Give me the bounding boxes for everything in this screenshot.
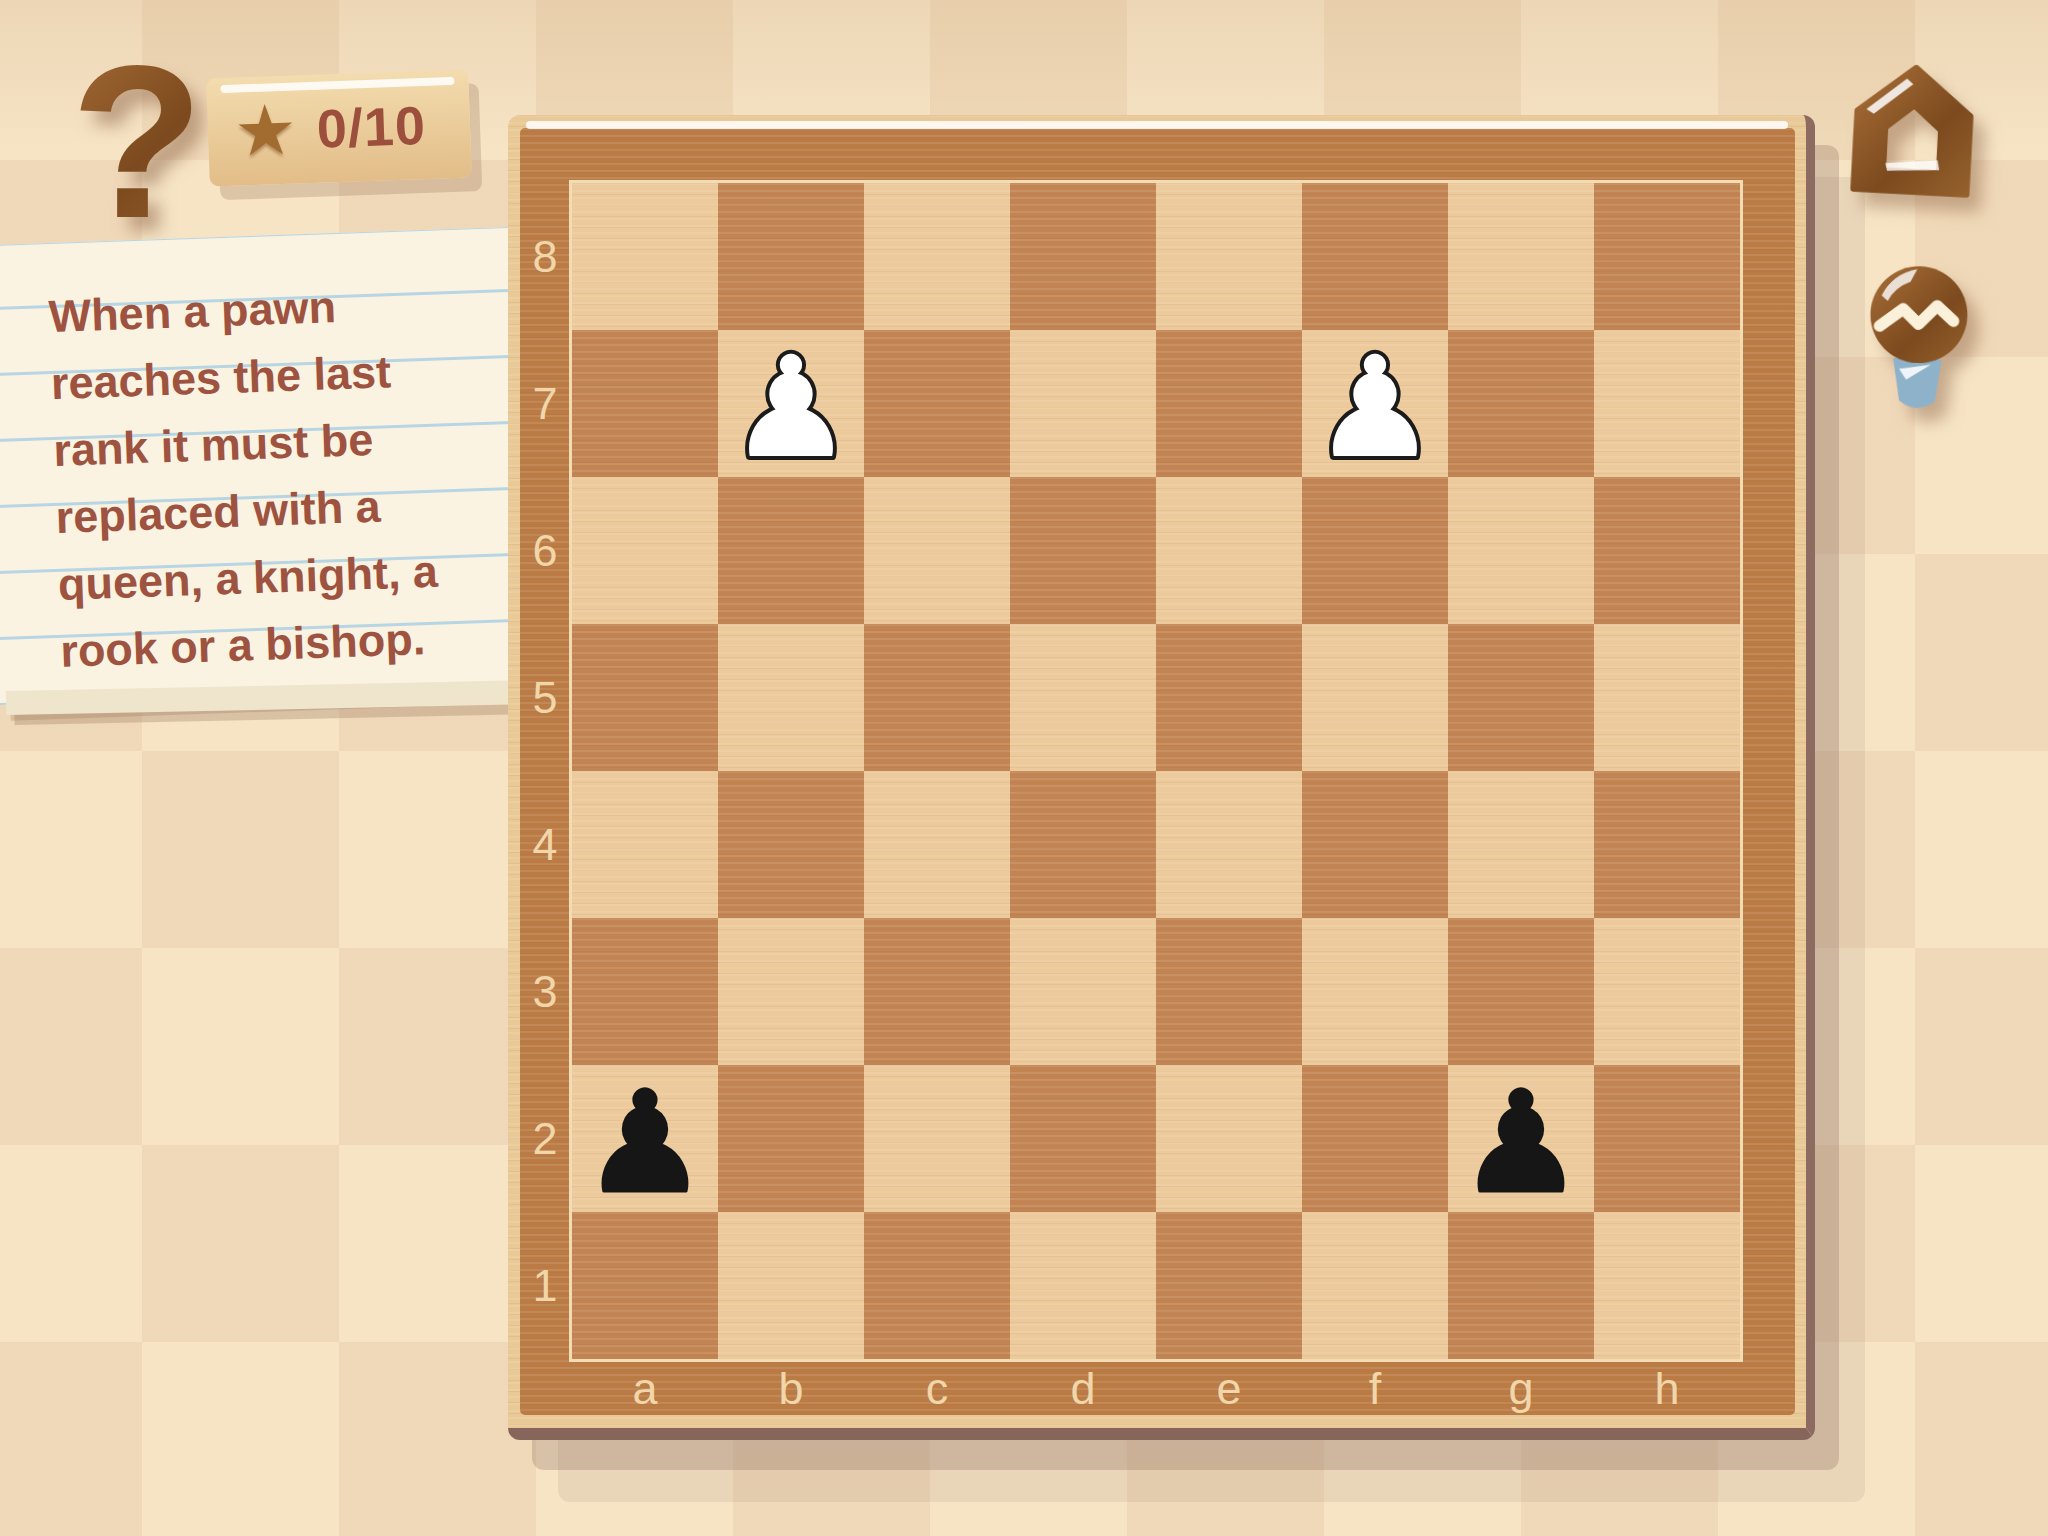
rank-label-6: 6 (520, 477, 570, 624)
square-h2[interactable] (1594, 1065, 1740, 1212)
square-b1[interactable] (718, 1212, 864, 1359)
square-a5[interactable] (572, 624, 718, 771)
svg-text:♟: ♟ (582, 1065, 708, 1212)
file-label-c: c (864, 1362, 1010, 1415)
square-a4[interactable] (572, 771, 718, 918)
piece-black-pawn[interactable]: ♟ (572, 1065, 718, 1212)
chess-board: ♟♟♟♟ 87654321 abcdefgh (508, 115, 1815, 1440)
piece-white-pawn[interactable]: ♟ (718, 330, 864, 477)
square-g6[interactable] (1448, 477, 1594, 624)
piece-white-pawn[interactable]: ♟ (1302, 330, 1448, 477)
square-g2[interactable]: ♟ (1448, 1065, 1594, 1212)
rank-label-8: 8 (520, 183, 570, 330)
file-label-g: g (1448, 1362, 1594, 1415)
square-f2[interactable] (1302, 1065, 1448, 1212)
rank-label-1: 1 (520, 1212, 570, 1359)
square-f5[interactable] (1302, 624, 1448, 771)
file-label-a: a (572, 1362, 718, 1415)
rank-label-5: 5 (520, 624, 570, 771)
square-d2[interactable] (1010, 1065, 1156, 1212)
square-g4[interactable] (1448, 771, 1594, 918)
lesson-note: When a pawn reaches the last rank it mus… (0, 227, 526, 705)
square-f7[interactable]: ♟ (1302, 330, 1448, 477)
rank-labels: 87654321 (520, 183, 570, 1359)
home-icon (1844, 55, 1982, 210)
svg-text:♟: ♟ (728, 330, 854, 477)
square-c7[interactable] (864, 330, 1010, 477)
square-g3[interactable] (1448, 918, 1594, 1065)
lightbulb-icon (1857, 260, 1978, 422)
square-c3[interactable] (864, 918, 1010, 1065)
svg-text:♟: ♟ (1312, 330, 1438, 477)
square-a6[interactable] (572, 477, 718, 624)
square-d7[interactable] (1010, 330, 1156, 477)
rank-label-7: 7 (520, 330, 570, 477)
square-e8[interactable] (1156, 183, 1302, 330)
square-g5[interactable] (1448, 624, 1594, 771)
square-a7[interactable] (572, 330, 718, 477)
file-label-f: f (1302, 1362, 1448, 1415)
square-d4[interactable] (1010, 771, 1156, 918)
square-e1[interactable] (1156, 1212, 1302, 1359)
square-f3[interactable] (1302, 918, 1448, 1065)
score-text: 0/10 (316, 94, 427, 160)
square-a3[interactable] (572, 918, 718, 1065)
page-background: { "game": "chess", "position": { "fen": … (0, 0, 2048, 1536)
square-c4[interactable] (864, 771, 1010, 918)
square-a1[interactable] (572, 1212, 718, 1359)
file-label-e: e (1156, 1362, 1302, 1415)
square-e4[interactable] (1156, 771, 1302, 918)
square-d3[interactable] (1010, 918, 1156, 1065)
square-c6[interactable] (864, 477, 1010, 624)
lesson-note-text: When a pawn reaches the last rank it mus… (0, 227, 525, 687)
rank-label-3: 3 (520, 918, 570, 1065)
board-frame: ♟♟♟♟ 87654321 abcdefgh (520, 128, 1795, 1415)
square-e3[interactable] (1156, 918, 1302, 1065)
file-labels: abcdefgh (572, 1362, 1740, 1415)
square-g1[interactable] (1448, 1212, 1594, 1359)
square-g7[interactable] (1448, 330, 1594, 477)
square-c1[interactable] (864, 1212, 1010, 1359)
square-h8[interactable] (1594, 183, 1740, 330)
piece-black-pawn[interactable]: ♟ (1448, 1065, 1594, 1212)
square-d5[interactable] (1010, 624, 1156, 771)
square-c5[interactable] (864, 624, 1010, 771)
square-a8[interactable] (572, 183, 718, 330)
square-e6[interactable] (1156, 477, 1302, 624)
square-h1[interactable] (1594, 1212, 1740, 1359)
square-f6[interactable] (1302, 477, 1448, 624)
square-f1[interactable] (1302, 1212, 1448, 1359)
square-b2[interactable] (718, 1065, 864, 1212)
square-d1[interactable] (1010, 1212, 1156, 1359)
square-f4[interactable] (1302, 771, 1448, 918)
square-b7[interactable]: ♟ (718, 330, 864, 477)
square-h5[interactable] (1594, 624, 1740, 771)
square-h4[interactable] (1594, 771, 1740, 918)
square-e2[interactable] (1156, 1065, 1302, 1212)
square-d8[interactable] (1010, 183, 1156, 330)
board-grid: ♟♟♟♟ (572, 183, 1740, 1359)
square-e5[interactable] (1156, 624, 1302, 771)
square-b6[interactable] (718, 477, 864, 624)
star-icon: ★ (233, 94, 298, 166)
svg-text:♟: ♟ (1458, 1065, 1584, 1212)
home-button[interactable] (1844, 55, 1982, 210)
square-b5[interactable] (718, 624, 864, 771)
file-label-b: b (718, 1362, 864, 1415)
help-button[interactable]: ? (52, 34, 222, 254)
square-b4[interactable] (718, 771, 864, 918)
rank-label-2: 2 (520, 1065, 570, 1212)
square-c2[interactable] (864, 1065, 1010, 1212)
hint-button[interactable] (1857, 260, 1978, 422)
square-h6[interactable] (1594, 477, 1740, 624)
square-d6[interactable] (1010, 477, 1156, 624)
question-mark-icon: ? (70, 20, 203, 263)
rank-label-4: 4 (520, 771, 570, 918)
square-g8[interactable] (1448, 183, 1594, 330)
square-h3[interactable] (1594, 918, 1740, 1065)
file-label-h: h (1594, 1362, 1740, 1415)
square-a2[interactable]: ♟ (572, 1065, 718, 1212)
square-h7[interactable] (1594, 330, 1740, 477)
square-f8[interactable] (1302, 183, 1448, 330)
square-c8[interactable] (864, 183, 1010, 330)
square-b8[interactable] (718, 183, 864, 330)
file-label-d: d (1010, 1362, 1156, 1415)
score-plaque: ★ 0/10 (206, 69, 472, 186)
square-b3[interactable] (718, 918, 864, 1065)
square-e7[interactable] (1156, 330, 1302, 477)
